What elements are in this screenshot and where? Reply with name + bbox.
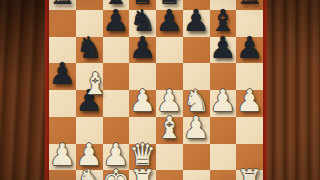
piece-white-king[interactable]: ♚ [103, 168, 130, 180]
moving-piece-white-bishop[interactable]: ♝ [82, 71, 109, 98]
piece-white-rook[interactable]: ♜ [129, 168, 156, 180]
square-e1[interactable] [156, 170, 183, 180]
square-d6[interactable]: ♟ [129, 37, 156, 64]
piece-white-pawn[interactable]: ♟ [236, 88, 263, 115]
square-h6[interactable]: ♟ [236, 37, 263, 64]
square-c7[interactable]: ♟ [103, 10, 130, 37]
square-h4[interactable]: ♟ [236, 90, 263, 117]
square-f2[interactable] [183, 144, 210, 171]
square-e2[interactable] [156, 144, 183, 171]
square-e3[interactable]: ♝ [156, 117, 183, 144]
piece-black-pawn[interactable]: ♟ [156, 8, 183, 35]
piece-black-rook[interactable]: ♜ [49, 0, 76, 8]
piece-white-rook[interactable]: ♜ [236, 168, 263, 180]
square-b8[interactable] [76, 0, 103, 10]
square-h1[interactable]: ♜ [236, 170, 263, 180]
square-e6[interactable] [156, 37, 183, 64]
square-g3[interactable] [210, 117, 237, 144]
piece-white-knight[interactable]: ♞ [76, 168, 103, 180]
square-b6[interactable]: ♞ [76, 37, 103, 64]
piece-black-rook[interactable]: ♜ [236, 0, 263, 8]
square-c1[interactable]: ♚ [103, 170, 130, 180]
square-h3[interactable] [236, 117, 263, 144]
square-f3[interactable]: ♟ [183, 117, 210, 144]
piece-black-pawn[interactable]: ♟ [103, 8, 130, 35]
square-a8[interactable]: ♜ [49, 0, 76, 10]
square-g2[interactable] [210, 144, 237, 171]
piece-black-pawn[interactable]: ♟ [49, 61, 76, 88]
square-a5[interactable]: ♟ [49, 63, 76, 90]
square-b1[interactable]: ♞ [76, 170, 103, 180]
piece-black-pawn[interactable]: ♟ [183, 8, 210, 35]
piece-black-pawn[interactable]: ♟ [236, 35, 263, 62]
piece-black-pawn[interactable]: ♟ [210, 35, 237, 62]
square-h8[interactable]: ♜ [236, 0, 263, 10]
square-d4[interactable]: ♟ [129, 90, 156, 117]
square-a2[interactable]: ♟ [49, 144, 76, 171]
square-f7[interactable]: ♟ [183, 10, 210, 37]
square-a1[interactable] [49, 170, 76, 180]
square-a7[interactable] [49, 10, 76, 37]
piece-white-pawn[interactable]: ♟ [49, 142, 76, 169]
square-f6[interactable] [183, 37, 210, 64]
piece-white-pawn[interactable]: ♟ [129, 88, 156, 115]
piece-white-pawn[interactable]: ♟ [210, 88, 237, 115]
square-d1[interactable]: ♜ [129, 170, 156, 180]
square-g6[interactable]: ♟ [210, 37, 237, 64]
wood-background-left [0, 0, 46, 180]
square-a4[interactable] [49, 90, 76, 117]
piece-white-pawn[interactable]: ♟ [183, 115, 210, 142]
square-g4[interactable]: ♟ [210, 90, 237, 117]
square-e7[interactable]: ♟ [156, 10, 183, 37]
square-c6[interactable] [103, 37, 130, 64]
square-g1[interactable] [210, 170, 237, 180]
piece-black-pawn[interactable]: ♟ [129, 35, 156, 62]
square-f1[interactable] [183, 170, 210, 180]
wood-background-right [266, 0, 320, 180]
piece-white-bishop[interactable]: ♝ [156, 115, 183, 142]
piece-black-knight[interactable]: ♞ [76, 35, 103, 62]
